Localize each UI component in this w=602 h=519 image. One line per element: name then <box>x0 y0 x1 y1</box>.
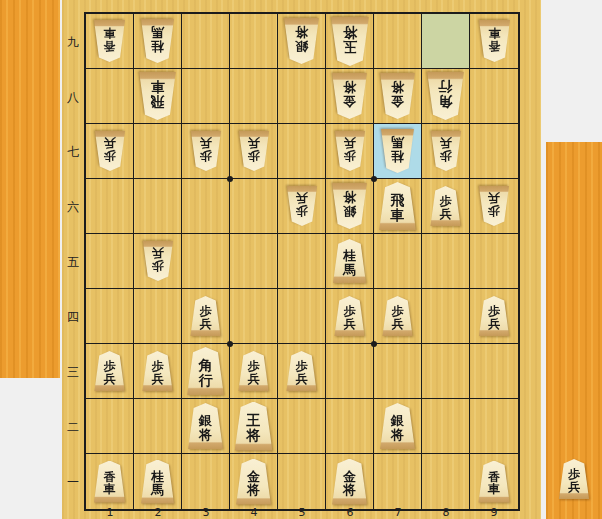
square-5三[interactable]: 歩兵 <box>278 344 326 399</box>
piece-kanji: 兵 <box>152 373 164 385</box>
piece-kanji: 車 <box>104 27 116 39</box>
square-8九[interactable] <box>422 14 470 69</box>
square-7三[interactable] <box>374 344 422 399</box>
square-3二[interactable]: 銀将 <box>182 399 230 454</box>
square-3三[interactable]: 角行 <box>182 344 230 399</box>
piece-kanji: 将 <box>295 26 308 39</box>
piece-kanji: 銀 <box>295 40 308 53</box>
piece-kanji: 王 <box>247 413 261 427</box>
piece-kanji: 香 <box>488 40 500 52</box>
piece-kanji: 将 <box>343 81 356 94</box>
piece-kanji: 将 <box>247 483 260 496</box>
square-6五[interactable]: 桂馬 <box>326 234 374 289</box>
rank-label-7: 三 <box>62 366 84 378</box>
piece-kanji: 桂 <box>391 150 404 163</box>
square-2三[interactable]: 歩兵 <box>134 344 182 399</box>
square-9三[interactable] <box>470 344 518 399</box>
sente-lance[interactable]: 香車 <box>93 20 126 62</box>
piece-kanji: 歩 <box>344 150 356 162</box>
square-4七[interactable]: 歩兵 <box>230 124 278 179</box>
piece-kanji: 車 <box>488 483 500 495</box>
piece-kanji: 歩 <box>488 305 500 317</box>
square-5七[interactable] <box>278 124 326 179</box>
sente-pawn[interactable]: 歩兵 <box>238 131 270 171</box>
piece-kanji: 玉 <box>343 40 357 54</box>
piece-kanji: 歩 <box>248 150 260 162</box>
square-6四[interactable]: 歩兵 <box>326 289 374 344</box>
square-7八[interactable]: 金将 <box>374 69 422 124</box>
piece-kanji: 兵 <box>392 318 404 330</box>
square-6一[interactable]: 金将 <box>326 454 374 509</box>
piece-kanji: 桂 <box>151 470 164 483</box>
rank-label-2: 八 <box>62 91 84 103</box>
piece-kanji: 兵 <box>248 373 260 385</box>
square-3七[interactable]: 歩兵 <box>182 124 230 179</box>
square-1五[interactable] <box>86 234 134 289</box>
piece-kanji: 歩 <box>152 360 164 372</box>
gote-hand-pieces: 歩兵 <box>558 459 590 499</box>
square-9二[interactable] <box>470 399 518 454</box>
sente-king[interactable]: 玉将 <box>330 17 370 66</box>
rank-label-3: 七 <box>62 146 84 158</box>
piece-kanji: 兵 <box>344 137 356 149</box>
piece-kanji: 馬 <box>151 483 164 496</box>
gote-king[interactable]: 王将 <box>234 402 274 451</box>
square-7二[interactable]: 銀将 <box>374 399 422 454</box>
rank-label-1: 九 <box>62 36 84 48</box>
square-3八[interactable] <box>182 69 230 124</box>
piece-kanji: 兵 <box>440 137 452 149</box>
square-8七[interactable]: 歩兵 <box>422 124 470 179</box>
square-1三[interactable]: 歩兵 <box>86 344 134 399</box>
square-8三[interactable] <box>422 344 470 399</box>
square-4八[interactable] <box>230 69 278 124</box>
piece-kanji: 銀 <box>199 414 212 427</box>
piece-kanji: 兵 <box>568 481 580 493</box>
square-2四[interactable] <box>134 289 182 344</box>
square-8六[interactable]: 歩兵 <box>422 179 470 234</box>
square-2六[interactable] <box>134 179 182 234</box>
piece-kanji: 馬 <box>343 263 356 276</box>
piece-kanji: 歩 <box>440 195 452 207</box>
piece-kanji: 桂 <box>151 40 164 53</box>
piece-kanji: 歩 <box>392 305 404 317</box>
square-7七[interactable]: 桂馬 <box>374 124 422 179</box>
sente-gold[interactable]: 金将 <box>379 73 416 119</box>
board-grid: 香車桂馬銀将玉将香車飛車金将金将角行歩兵歩兵歩兵歩兵桂馬歩兵歩兵銀将飛車歩兵歩兵… <box>86 14 518 509</box>
square-8二[interactable] <box>422 399 470 454</box>
rank-label-6: 四 <box>62 311 84 323</box>
square-1四[interactable] <box>86 289 134 344</box>
sente-knight[interactable]: 桂馬 <box>140 19 175 63</box>
star-point <box>371 341 377 347</box>
piece-kanji: 兵 <box>200 137 212 149</box>
gote-pawn[interactable]: 歩兵 <box>558 459 590 499</box>
piece-kanji: 角 <box>439 95 453 109</box>
gote-knight[interactable]: 桂馬 <box>332 239 367 283</box>
piece-kanji: 兵 <box>248 137 260 149</box>
sente-bishop[interactable]: 角行 <box>426 72 465 120</box>
sente-silver[interactable]: 銀将 <box>283 18 320 64</box>
piece-kanji: 車 <box>391 208 405 222</box>
piece-kanji: 飛 <box>391 193 405 207</box>
piece-kanji: 兵 <box>200 318 212 330</box>
piece-kanji: 兵 <box>440 208 452 220</box>
square-1八[interactable] <box>86 69 134 124</box>
piece-kanji: 兵 <box>488 318 500 330</box>
sente-pawn[interactable]: 歩兵 <box>190 131 222 171</box>
piece-kanji: 歩 <box>296 205 308 217</box>
piece-kanji: 歩 <box>568 468 580 480</box>
gote-pawn[interactable]: 歩兵 <box>382 296 414 336</box>
gote-pawn[interactable]: 歩兵 <box>94 351 126 391</box>
rank-label-5: 五 <box>62 256 84 268</box>
piece-kanji: 歩 <box>344 305 356 317</box>
square-4四[interactable] <box>230 289 278 344</box>
square-6二[interactable] <box>326 399 374 454</box>
piece-kanji: 将 <box>247 428 261 442</box>
square-4二[interactable]: 王将 <box>230 399 278 454</box>
square-7四[interactable]: 歩兵 <box>374 289 422 344</box>
piece-kanji: 香 <box>104 40 116 52</box>
square-8四[interactable] <box>422 289 470 344</box>
square-1一[interactable]: 香車 <box>86 454 134 509</box>
square-4五[interactable] <box>230 234 278 289</box>
piece-kanji: 兵 <box>296 373 308 385</box>
square-5四[interactable] <box>278 289 326 344</box>
square-9一[interactable]: 香車 <box>470 454 518 509</box>
square-5五[interactable] <box>278 234 326 289</box>
square-9五[interactable] <box>470 234 518 289</box>
square-8八[interactable]: 角行 <box>422 69 470 124</box>
piece-kanji: 兵 <box>152 247 164 259</box>
sente-silver[interactable]: 銀将 <box>331 183 368 229</box>
gote-hand-stand[interactable]: 歩兵 <box>546 142 602 519</box>
gote-knight[interactable]: 桂馬 <box>140 460 175 504</box>
piece-kanji: 馬 <box>151 26 164 39</box>
gote-bishop[interactable]: 角行 <box>186 347 225 395</box>
piece-kanji: 将 <box>343 25 357 39</box>
square-4三[interactable]: 歩兵 <box>230 344 278 399</box>
piece-kanji: 将 <box>199 428 212 441</box>
piece-kanji: 馬 <box>391 136 404 149</box>
piece-kanji: 桂 <box>343 249 356 262</box>
square-9四[interactable]: 歩兵 <box>470 289 518 344</box>
sente-hand-stand[interactable] <box>0 0 60 378</box>
gote-silver[interactable]: 銀将 <box>379 403 416 449</box>
square-3九[interactable] <box>182 14 230 69</box>
piece-kanji: 将 <box>391 81 404 94</box>
piece-kanji: 歩 <box>200 305 212 317</box>
piece-kanji: 歩 <box>248 360 260 372</box>
piece-kanji: 将 <box>343 483 356 496</box>
gote-pawn[interactable]: 歩兵 <box>430 186 462 226</box>
square-6八[interactable]: 金将 <box>326 69 374 124</box>
sente-gold[interactable]: 金将 <box>331 73 368 119</box>
piece-kanji: 兵 <box>488 192 500 204</box>
sente-pawn[interactable]: 歩兵 <box>142 241 174 281</box>
square-2七[interactable] <box>134 124 182 179</box>
piece-kanji: 兵 <box>104 373 116 385</box>
square-5一[interactable] <box>278 454 326 509</box>
square-2二[interactable] <box>134 399 182 454</box>
rank-label-4: 六 <box>62 201 84 213</box>
sente-pawn[interactable]: 歩兵 <box>94 131 126 171</box>
star-point <box>227 341 233 347</box>
square-8一[interactable] <box>422 454 470 509</box>
sente-rook[interactable]: 飛車 <box>138 72 177 120</box>
sente-lance[interactable]: 香車 <box>478 20 511 62</box>
piece-kanji: 兵 <box>104 137 116 149</box>
piece-kanji: 歩 <box>152 260 164 272</box>
piece-kanji: 金 <box>343 95 356 108</box>
gote-pawn[interactable]: 歩兵 <box>286 351 318 391</box>
sente-pawn[interactable]: 歩兵 <box>478 186 510 226</box>
piece-kanji: 金 <box>247 470 260 483</box>
star-point <box>371 176 377 182</box>
piece-kanji: 歩 <box>440 150 452 162</box>
piece-kanji: 将 <box>343 191 356 204</box>
piece-kanji: 行 <box>199 373 213 387</box>
shogi-board: 九八七六五四三二一 123456789 香車桂馬銀将玉将香車飛車金将金将角行歩兵… <box>62 0 541 519</box>
piece-kanji: 車 <box>151 80 165 94</box>
square-6六[interactable]: 銀将 <box>326 179 374 234</box>
piece-kanji: 歩 <box>296 360 308 372</box>
square-5九[interactable]: 銀将 <box>278 14 326 69</box>
piece-kanji: 将 <box>391 428 404 441</box>
square-3五[interactable] <box>182 234 230 289</box>
square-7五[interactable] <box>374 234 422 289</box>
piece-kanji: 銀 <box>391 414 404 427</box>
gote-pawn[interactable]: 歩兵 <box>238 351 270 391</box>
square-3六[interactable] <box>182 179 230 234</box>
piece-kanji: 銀 <box>343 205 356 218</box>
piece-kanji: 飛 <box>151 95 165 109</box>
piece-kanji: 行 <box>439 80 453 94</box>
square-2九[interactable]: 桂馬 <box>134 14 182 69</box>
sente-pawn[interactable]: 歩兵 <box>334 131 366 171</box>
square-6九[interactable]: 玉将 <box>326 14 374 69</box>
gote-pawn[interactable]: 歩兵 <box>334 296 366 336</box>
gote-gold[interactable]: 金将 <box>331 459 368 505</box>
square-2一[interactable]: 桂馬 <box>134 454 182 509</box>
square-9六[interactable]: 歩兵 <box>470 179 518 234</box>
sente-pawn[interactable]: 歩兵 <box>430 131 462 171</box>
square-8五[interactable] <box>422 234 470 289</box>
piece-kanji: 車 <box>104 483 116 495</box>
sente-knight[interactable]: 桂馬 <box>380 129 415 173</box>
square-1六[interactable] <box>86 179 134 234</box>
square-9七[interactable] <box>470 124 518 179</box>
piece-kanji: 車 <box>488 27 500 39</box>
gote-rook[interactable]: 飛車 <box>378 182 417 230</box>
square-6七[interactable]: 歩兵 <box>326 124 374 179</box>
piece-kanji: 歩 <box>104 150 116 162</box>
square-4九[interactable] <box>230 14 278 69</box>
rank-label-8: 二 <box>62 421 84 433</box>
gote-pawn[interactable]: 歩兵 <box>190 296 222 336</box>
square-2五[interactable]: 歩兵 <box>134 234 182 289</box>
square-1九[interactable]: 香車 <box>86 14 134 69</box>
square-1二[interactable] <box>86 399 134 454</box>
rank-label-9: 一 <box>62 476 84 488</box>
square-4六[interactable] <box>230 179 278 234</box>
square-6三[interactable] <box>326 344 374 399</box>
piece-kanji: 金 <box>343 470 356 483</box>
square-5二[interactable] <box>278 399 326 454</box>
piece-kanji: 兵 <box>344 318 356 330</box>
sente-pawn[interactable]: 歩兵 <box>286 186 318 226</box>
gote-pawn[interactable]: 歩兵 <box>142 351 174 391</box>
gote-gold[interactable]: 金将 <box>235 459 272 505</box>
gote-pawn[interactable]: 歩兵 <box>478 296 510 336</box>
board-grid-frame: 香車桂馬銀将玉将香車飛車金将金将角行歩兵歩兵歩兵歩兵桂馬歩兵歩兵銀将飛車歩兵歩兵… <box>84 12 520 511</box>
piece-kanji: 歩 <box>488 205 500 217</box>
square-2八[interactable]: 飛車 <box>134 69 182 124</box>
gote-lance[interactable]: 香車 <box>93 461 126 503</box>
square-3一[interactable] <box>182 454 230 509</box>
piece-kanji: 兵 <box>296 192 308 204</box>
square-5八[interactable] <box>278 69 326 124</box>
square-9八[interactable] <box>470 69 518 124</box>
square-5六[interactable]: 歩兵 <box>278 179 326 234</box>
square-7九[interactable] <box>374 14 422 69</box>
square-7六[interactable]: 飛車 <box>374 179 422 234</box>
square-9九[interactable]: 香車 <box>470 14 518 69</box>
square-3四[interactable]: 歩兵 <box>182 289 230 344</box>
piece-kanji: 角 <box>199 358 213 372</box>
piece-kanji: 歩 <box>200 150 212 162</box>
piece-kanji: 金 <box>391 95 404 108</box>
square-1七[interactable]: 歩兵 <box>86 124 134 179</box>
piece-kanji: 歩 <box>104 360 116 372</box>
square-4一[interactable]: 金将 <box>230 454 278 509</box>
star-point <box>227 176 233 182</box>
gote-silver[interactable]: 銀将 <box>187 403 224 449</box>
square-7一[interactable] <box>374 454 422 509</box>
gote-lance[interactable]: 香車 <box>478 461 511 503</box>
